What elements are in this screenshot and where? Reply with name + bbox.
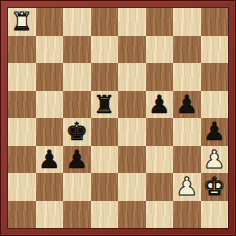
chess-board: ♜♜♟♟♚♟♟♟♟♟♚ — [8, 8, 228, 228]
square-a1[interactable] — [8, 201, 36, 229]
square-b7[interactable] — [36, 36, 64, 64]
square-f2[interactable] — [146, 173, 174, 201]
square-f8[interactable] — [146, 8, 174, 36]
square-c5[interactable] — [63, 91, 91, 119]
square-b5[interactable] — [36, 91, 64, 119]
square-f4[interactable] — [146, 118, 174, 146]
square-f3[interactable] — [146, 146, 174, 174]
square-c7[interactable] — [63, 36, 91, 64]
piece-white-pawn[interactable]: ♟ — [173, 173, 201, 201]
square-d4[interactable] — [91, 118, 119, 146]
square-g2[interactable]: ♟ — [173, 173, 201, 201]
square-b3[interactable]: ♟ — [36, 146, 64, 174]
square-g7[interactable] — [173, 36, 201, 64]
piece-black-pawn[interactable]: ♟ — [63, 146, 91, 174]
square-e6[interactable] — [118, 63, 146, 91]
square-g8[interactable] — [173, 8, 201, 36]
piece-black-rook[interactable]: ♜ — [91, 91, 119, 119]
square-e3[interactable] — [118, 146, 146, 174]
square-h8[interactable] — [201, 8, 229, 36]
square-e8[interactable] — [118, 8, 146, 36]
square-a5[interactable] — [8, 91, 36, 119]
square-d7[interactable] — [91, 36, 119, 64]
square-g5[interactable]: ♟ — [173, 91, 201, 119]
piece-black-pawn[interactable]: ♟ — [36, 146, 64, 174]
square-d5[interactable]: ♜ — [91, 91, 119, 119]
square-e1[interactable] — [118, 201, 146, 229]
piece-black-king[interactable]: ♚ — [63, 118, 91, 146]
square-h4[interactable]: ♟ — [201, 118, 229, 146]
square-c2[interactable] — [63, 173, 91, 201]
square-g4[interactable] — [173, 118, 201, 146]
square-f7[interactable] — [146, 36, 174, 64]
square-g3[interactable] — [173, 146, 201, 174]
square-f6[interactable] — [146, 63, 174, 91]
square-h3[interactable]: ♟ — [201, 146, 229, 174]
square-c8[interactable] — [63, 8, 91, 36]
square-d1[interactable] — [91, 201, 119, 229]
square-c1[interactable] — [63, 201, 91, 229]
square-e4[interactable] — [118, 118, 146, 146]
chess-diagram: ♜♜♟♟♚♟♟♟♟♟♚ — [0, 0, 236, 236]
square-g1[interactable] — [173, 201, 201, 229]
piece-black-pawn[interactable]: ♟ — [201, 118, 229, 146]
square-h1[interactable] — [201, 201, 229, 229]
square-h7[interactable] — [201, 36, 229, 64]
square-b2[interactable] — [36, 173, 64, 201]
square-a2[interactable] — [8, 173, 36, 201]
square-c4[interactable]: ♚ — [63, 118, 91, 146]
piece-black-pawn[interactable]: ♟ — [173, 91, 201, 119]
square-b8[interactable] — [36, 8, 64, 36]
square-e5[interactable] — [118, 91, 146, 119]
square-d2[interactable] — [91, 173, 119, 201]
square-h5[interactable] — [201, 91, 229, 119]
square-a3[interactable] — [8, 146, 36, 174]
square-b4[interactable] — [36, 118, 64, 146]
square-f5[interactable]: ♟ — [146, 91, 174, 119]
square-a4[interactable] — [8, 118, 36, 146]
piece-black-pawn[interactable]: ♟ — [146, 91, 174, 119]
square-e2[interactable] — [118, 173, 146, 201]
square-a6[interactable] — [8, 63, 36, 91]
square-a7[interactable] — [8, 36, 36, 64]
square-e7[interactable] — [118, 36, 146, 64]
square-d6[interactable] — [91, 63, 119, 91]
piece-white-pawn[interactable]: ♟ — [201, 146, 229, 174]
square-c6[interactable] — [63, 63, 91, 91]
square-a8[interactable]: ♜ — [8, 8, 36, 36]
square-f1[interactable] — [146, 201, 174, 229]
square-d3[interactable] — [91, 146, 119, 174]
square-b1[interactable] — [36, 201, 64, 229]
square-b6[interactable] — [36, 63, 64, 91]
piece-white-rook[interactable]: ♜ — [8, 8, 36, 36]
piece-white-king[interactable]: ♚ — [201, 173, 229, 201]
board-frame: ♜♜♟♟♚♟♟♟♟♟♚ — [0, 0, 236, 236]
square-g6[interactable] — [173, 63, 201, 91]
square-h6[interactable] — [201, 63, 229, 91]
square-h2[interactable]: ♚ — [201, 173, 229, 201]
square-d8[interactable] — [91, 8, 119, 36]
square-c3[interactable]: ♟ — [63, 146, 91, 174]
